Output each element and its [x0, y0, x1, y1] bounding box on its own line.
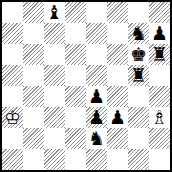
square-h5[interactable]: [149, 65, 170, 86]
piece-black-knight: ♞: [86, 128, 107, 149]
square-d5[interactable]: [65, 65, 86, 86]
square-g4[interactable]: [128, 86, 149, 107]
square-d6[interactable]: [65, 44, 86, 65]
square-b1[interactable]: [23, 149, 44, 170]
square-h4[interactable]: [149, 86, 170, 107]
square-h6[interactable]: ♜: [149, 44, 170, 65]
piece-white-bishop: ♝♗: [149, 107, 170, 128]
square-h3[interactable]: ♝♗: [149, 107, 170, 128]
square-e4[interactable]: ♟: [86, 86, 107, 107]
square-e6[interactable]: [86, 44, 107, 65]
square-d2[interactable]: [65, 128, 86, 149]
square-g8[interactable]: [128, 2, 149, 23]
square-b8[interactable]: [23, 2, 44, 23]
square-e5[interactable]: [86, 65, 107, 86]
piece-black-rook: ♜: [128, 65, 149, 86]
square-b2[interactable]: [23, 128, 44, 149]
chess-board: ♝♞♟♚♜♜♟♚♔♟♟♝♗♞: [0, 0, 172, 172]
square-b5[interactable]: [23, 65, 44, 86]
square-c5[interactable]: [44, 65, 65, 86]
square-a4[interactable]: [2, 86, 23, 107]
square-g7[interactable]: ♞: [128, 23, 149, 44]
square-d4[interactable]: [65, 86, 86, 107]
piece-black-knight: ♞: [128, 23, 149, 44]
square-c3[interactable]: [44, 107, 65, 128]
square-c4[interactable]: [44, 86, 65, 107]
square-g1[interactable]: [128, 149, 149, 170]
square-g2[interactable]: [128, 128, 149, 149]
white-king-outline: ♔: [2, 107, 23, 128]
square-f8[interactable]: [107, 2, 128, 23]
piece-black-bishop: ♝: [44, 2, 65, 23]
square-b6[interactable]: [23, 44, 44, 65]
square-f7[interactable]: [107, 23, 128, 44]
square-d1[interactable]: [65, 149, 86, 170]
square-f5[interactable]: [107, 65, 128, 86]
white-bishop-outline: ♗: [149, 107, 170, 128]
square-f4[interactable]: [107, 86, 128, 107]
square-h7[interactable]: ♟: [149, 23, 170, 44]
piece-black-pawn: ♟: [149, 23, 170, 44]
square-c1[interactable]: [44, 149, 65, 170]
square-d3[interactable]: [65, 107, 86, 128]
square-c8[interactable]: ♝: [44, 2, 65, 23]
piece-black-pawn: ♟: [107, 107, 128, 128]
square-g3[interactable]: [128, 107, 149, 128]
square-h1[interactable]: [149, 149, 170, 170]
square-a1[interactable]: [2, 149, 23, 170]
square-c2[interactable]: [44, 128, 65, 149]
square-f2[interactable]: [107, 128, 128, 149]
square-g5[interactable]: ♜: [128, 65, 149, 86]
square-d8[interactable]: [65, 2, 86, 23]
square-e8[interactable]: [86, 2, 107, 23]
square-f6[interactable]: [107, 44, 128, 65]
square-f3[interactable]: ♟: [107, 107, 128, 128]
square-f1[interactable]: [107, 149, 128, 170]
square-b3[interactable]: [23, 107, 44, 128]
square-e7[interactable]: [86, 23, 107, 44]
square-a3[interactable]: ♚♔: [2, 107, 23, 128]
square-d7[interactable]: [65, 23, 86, 44]
piece-black-pawn: ♟: [86, 107, 107, 128]
square-e1[interactable]: [86, 149, 107, 170]
piece-black-pawn: ♟: [86, 86, 107, 107]
piece-white-king: ♚♔: [2, 107, 23, 128]
square-c7[interactable]: [44, 23, 65, 44]
square-a7[interactable]: [2, 23, 23, 44]
piece-black-king: ♚: [128, 44, 149, 65]
square-e3[interactable]: ♟: [86, 107, 107, 128]
square-e2[interactable]: ♞: [86, 128, 107, 149]
square-a6[interactable]: [2, 44, 23, 65]
square-h8[interactable]: [149, 2, 170, 23]
square-a8[interactable]: [2, 2, 23, 23]
square-h2[interactable]: [149, 128, 170, 149]
square-b4[interactable]: [23, 86, 44, 107]
square-a5[interactable]: [2, 65, 23, 86]
square-c6[interactable]: [44, 44, 65, 65]
square-b7[interactable]: [23, 23, 44, 44]
square-g6[interactable]: ♚: [128, 44, 149, 65]
square-a2[interactable]: [2, 128, 23, 149]
piece-black-rook: ♜: [149, 44, 170, 65]
